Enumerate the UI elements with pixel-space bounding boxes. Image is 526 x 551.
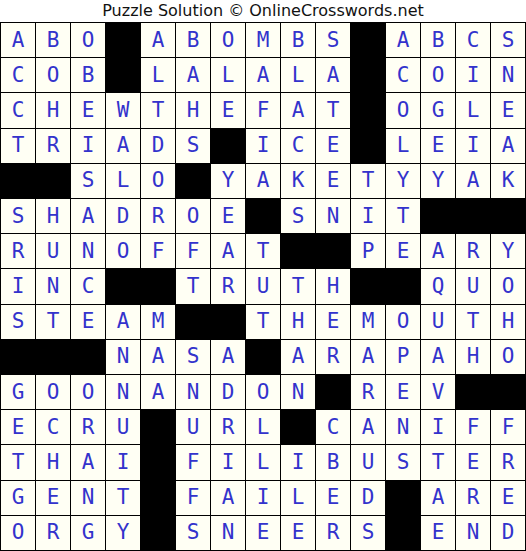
cell-letter: U — [432, 311, 445, 332]
cell-letter: I — [82, 135, 95, 156]
letter-cell-r7c8: T — [246, 234, 280, 268]
cell-letter: H — [502, 311, 515, 332]
letter-cell-r14c7: A — [211, 481, 245, 515]
letter-cell-r2c3: B — [71, 58, 105, 92]
letter-cell-r13c4: I — [106, 445, 140, 479]
letter-cell-r7c7: A — [211, 234, 245, 268]
block-cell-r9c7 — [211, 305, 245, 339]
cell-letter: S — [502, 30, 515, 51]
letter-cell-r7c15: Y — [491, 234, 525, 268]
cell-letter: S — [12, 206, 25, 227]
letter-cell-r4c8: I — [246, 129, 280, 163]
cell-letter: U — [467, 276, 480, 297]
letter-cell-r12c2: C — [36, 410, 70, 444]
letter-cell-r12c13: I — [421, 410, 455, 444]
letter-cell-r10c7: A — [211, 340, 245, 374]
cell-letter: E — [82, 100, 95, 121]
letter-cell-r9c2: T — [36, 305, 70, 339]
cell-letter: N — [117, 382, 130, 403]
letter-cell-r3c7: E — [211, 93, 245, 127]
cell-letter: C — [292, 135, 305, 156]
letter-cell-r2c12: C — [386, 58, 420, 92]
letter-cell-r12c1: E — [1, 410, 35, 444]
letter-cell-r5c7: Y — [211, 164, 245, 198]
cell-letter: N — [82, 487, 95, 508]
cell-letter: N — [82, 241, 95, 262]
block-cell-r6c14 — [456, 199, 490, 233]
letter-cell-r10c4: N — [106, 340, 140, 374]
block-cell-r6c15 — [491, 199, 525, 233]
letter-cell-r12c3: R — [71, 410, 105, 444]
letter-cell-r7c14: R — [456, 234, 490, 268]
letter-cell-r11c5: A — [141, 375, 175, 409]
cell-letter: V — [432, 382, 445, 403]
letter-cell-r4c12: L — [386, 129, 420, 163]
block-cell-r4c11 — [351, 129, 385, 163]
page-title: Puzzle Solution © OnlineCrosswords.net — [0, 0, 526, 22]
letter-cell-r3c3: E — [71, 93, 105, 127]
cell-letter: R — [467, 487, 480, 508]
cell-letter: U — [257, 276, 270, 297]
cell-letter: O — [117, 241, 130, 262]
cell-letter: T — [397, 206, 410, 227]
letter-cell-r4c6: S — [176, 129, 210, 163]
cell-letter: G — [12, 487, 25, 508]
cell-letter: R — [362, 382, 375, 403]
letter-cell-r7c4: O — [106, 234, 140, 268]
letter-cell-r1c13: B — [421, 23, 455, 57]
letter-cell-r4c10: E — [316, 129, 350, 163]
cell-letter: D — [117, 206, 130, 227]
letter-cell-r3c10: T — [316, 93, 350, 127]
letter-cell-r2c2: O — [36, 58, 70, 92]
letter-cell-r13c7: I — [211, 445, 245, 479]
block-cell-r13c5 — [141, 445, 175, 479]
cell-letter: E — [397, 382, 410, 403]
cell-letter: C — [82, 276, 95, 297]
letter-cell-r6c10: N — [316, 199, 350, 233]
letter-cell-r9c13: U — [421, 305, 455, 339]
cell-letter: I — [292, 452, 305, 473]
block-cell-r12c5 — [141, 410, 175, 444]
letter-cell-r8c15: O — [491, 269, 525, 303]
cell-letter: A — [502, 135, 515, 156]
cell-letter: E — [327, 487, 340, 508]
letter-cell-r9c1: S — [1, 305, 35, 339]
letter-cell-r8c3: C — [71, 269, 105, 303]
cell-letter: N — [502, 65, 515, 86]
cell-letter: O — [502, 346, 515, 367]
letter-cell-r3c6: H — [176, 93, 210, 127]
letter-cell-r8c2: N — [36, 269, 70, 303]
letter-cell-r2c14: I — [456, 58, 490, 92]
cell-letter: N — [47, 276, 60, 297]
cell-letter: C — [467, 30, 480, 51]
letter-cell-r14c10: E — [316, 481, 350, 515]
cell-letter: O — [397, 311, 410, 332]
cell-letter: B — [292, 30, 305, 51]
letter-cell-r2c5: L — [141, 58, 175, 92]
cell-letter: O — [82, 382, 95, 403]
letter-cell-r14c14: R — [456, 481, 490, 515]
letter-cell-r6c3: A — [71, 199, 105, 233]
cell-letter: R — [47, 135, 60, 156]
letter-cell-r1c15: S — [491, 23, 525, 57]
cell-letter: L — [257, 452, 270, 473]
letter-cell-r5c8: A — [246, 164, 280, 198]
letter-cell-r15c6: S — [176, 516, 210, 550]
cell-letter: G — [82, 522, 95, 543]
cell-letter: E — [327, 311, 340, 332]
letter-cell-r5c4: L — [106, 164, 140, 198]
letter-cell-r4c1: T — [1, 129, 35, 163]
letter-cell-r8c6: T — [176, 269, 210, 303]
block-cell-r8c11 — [351, 269, 385, 303]
letter-cell-r7c12: E — [386, 234, 420, 268]
cell-letter: E — [257, 522, 270, 543]
letter-cell-r3c4: W — [106, 93, 140, 127]
cell-letter: O — [397, 100, 410, 121]
cell-letter: H — [467, 346, 480, 367]
letter-cell-r13c12: S — [386, 445, 420, 479]
letter-cell-r7c6: F — [176, 234, 210, 268]
cell-letter: A — [257, 170, 270, 191]
letter-cell-r6c4: D — [106, 199, 140, 233]
letter-cell-r14c4: T — [106, 481, 140, 515]
cell-letter: O — [187, 206, 200, 227]
cell-letter: R — [82, 417, 95, 438]
cell-letter: R — [327, 522, 340, 543]
letter-cell-r14c6: F — [176, 481, 210, 515]
cell-letter: O — [47, 382, 60, 403]
cell-letter: E — [222, 206, 235, 227]
cell-letter: S — [187, 135, 200, 156]
crossword-grid: ABOABOMBSABCSCOBLALALACOINCHEWTHEFATOGLE… — [0, 22, 526, 551]
letter-cell-r6c6: O — [176, 199, 210, 233]
letter-cell-r7c13: A — [421, 234, 455, 268]
letter-cell-r9c5: M — [141, 305, 175, 339]
cell-letter: I — [432, 417, 445, 438]
letter-cell-r2c1: C — [1, 58, 35, 92]
letter-cell-r3c9: A — [281, 93, 315, 127]
letter-cell-r9c14: T — [456, 305, 490, 339]
cell-letter: P — [397, 346, 410, 367]
letter-cell-r14c11: D — [351, 481, 385, 515]
cell-letter: M — [152, 311, 165, 332]
cell-letter: R — [222, 417, 235, 438]
letter-cell-r4c3: I — [71, 129, 105, 163]
letter-cell-r7c11: P — [351, 234, 385, 268]
letter-cell-r12c10: C — [316, 410, 350, 444]
cell-letter: A — [152, 346, 165, 367]
cell-letter: A — [117, 135, 130, 156]
cell-letter: I — [257, 135, 270, 156]
letter-cell-r15c9: E — [281, 516, 315, 550]
letter-cell-r15c15: D — [491, 516, 525, 550]
letter-cell-r1c1: A — [1, 23, 35, 57]
cell-letter: S — [292, 206, 305, 227]
cell-letter: L — [397, 135, 410, 156]
block-cell-r1c11 — [351, 23, 385, 57]
cell-letter: U — [47, 241, 60, 262]
cell-letter: T — [12, 135, 25, 156]
block-cell-r8c4 — [106, 269, 140, 303]
cell-letter: I — [362, 206, 375, 227]
cell-letter: F — [502, 417, 515, 438]
cell-letter: F — [257, 100, 270, 121]
letter-cell-r15c8: E — [246, 516, 280, 550]
cell-letter: F — [187, 487, 200, 508]
cell-letter: G — [12, 382, 25, 403]
letter-cell-r12c11: A — [351, 410, 385, 444]
letter-cell-r10c6: S — [176, 340, 210, 374]
letter-cell-r9c12: O — [386, 305, 420, 339]
block-cell-r5c1 — [1, 164, 35, 198]
letter-cell-r11c11: R — [351, 375, 385, 409]
cell-letter: H — [327, 276, 340, 297]
letter-cell-r13c1: T — [1, 445, 35, 479]
cell-letter: A — [117, 311, 130, 332]
letter-cell-r12c15: F — [491, 410, 525, 444]
letter-cell-r5c10: E — [316, 164, 350, 198]
cell-letter: H — [187, 100, 200, 121]
cell-letter: Q — [432, 276, 445, 297]
cell-letter: A — [12, 30, 25, 51]
letter-cell-r2c7: L — [211, 58, 245, 92]
letter-cell-r10c14: H — [456, 340, 490, 374]
cell-letter: E — [82, 311, 95, 332]
cell-letter: I — [467, 65, 480, 86]
cell-letter: N — [397, 417, 410, 438]
block-cell-r10c3 — [71, 340, 105, 374]
cell-letter: E — [222, 100, 235, 121]
cell-letter: Y — [432, 170, 445, 191]
cell-letter: K — [292, 170, 305, 191]
letter-cell-r11c6: N — [176, 375, 210, 409]
cell-letter: H — [47, 452, 60, 473]
cell-letter: A — [432, 241, 445, 262]
cell-letter: E — [327, 170, 340, 191]
letter-cell-r10c15: O — [491, 340, 525, 374]
cell-letter: N — [117, 346, 130, 367]
letter-cell-r11c2: O — [36, 375, 70, 409]
cell-letter: I — [257, 487, 270, 508]
letter-cell-r6c5: R — [141, 199, 175, 233]
cell-letter: A — [222, 487, 235, 508]
cell-letter: T — [432, 452, 445, 473]
cell-letter: Y — [397, 170, 410, 191]
letter-cell-r11c12: E — [386, 375, 420, 409]
cell-letter: A — [82, 452, 95, 473]
cell-letter: N — [222, 522, 235, 543]
letter-cell-r13c2: H — [36, 445, 70, 479]
cell-letter: E — [467, 452, 480, 473]
cell-letter: A — [432, 487, 445, 508]
letter-cell-r4c5: D — [141, 129, 175, 163]
letter-cell-r10c11: A — [351, 340, 385, 374]
cell-letter: R — [222, 276, 235, 297]
cell-letter: T — [257, 241, 270, 262]
letter-cell-r13c13: T — [421, 445, 455, 479]
cell-letter: A — [152, 382, 165, 403]
cell-letter: T — [12, 452, 25, 473]
letter-cell-r8c1: I — [1, 269, 35, 303]
block-cell-r8c5 — [141, 269, 175, 303]
cell-letter: I — [222, 452, 235, 473]
cell-letter: Y — [502, 241, 515, 262]
block-cell-r11c14 — [456, 375, 490, 409]
cell-letter: A — [397, 30, 410, 51]
cell-letter: F — [152, 241, 165, 262]
letter-cell-r11c13: V — [421, 375, 455, 409]
letter-cell-r10c5: A — [141, 340, 175, 374]
letter-cell-r3c12: O — [386, 93, 420, 127]
cell-letter: A — [362, 346, 375, 367]
cell-letter: T — [292, 276, 305, 297]
letter-cell-r3c2: H — [36, 93, 70, 127]
cell-letter: M — [257, 30, 270, 51]
cell-letter: C — [327, 417, 340, 438]
cell-letter: O — [502, 276, 515, 297]
cell-letter: N — [187, 382, 200, 403]
letter-cell-r2c8: A — [246, 58, 280, 92]
letter-cell-r1c8: M — [246, 23, 280, 57]
letter-cell-r6c7: E — [211, 199, 245, 233]
cell-letter: S — [187, 346, 200, 367]
cell-letter: N — [467, 522, 480, 543]
letter-cell-r8c9: T — [281, 269, 315, 303]
letter-cell-r11c3: O — [71, 375, 105, 409]
letter-cell-r9c10: E — [316, 305, 350, 339]
cell-letter: L — [467, 100, 480, 121]
block-cell-r6c8 — [246, 199, 280, 233]
cell-letter: Y — [117, 522, 130, 543]
letter-cell-r11c8: O — [246, 375, 280, 409]
letter-cell-r11c4: N — [106, 375, 140, 409]
letter-cell-r1c5: A — [141, 23, 175, 57]
letter-cell-r4c4: A — [106, 129, 140, 163]
cell-letter: T — [327, 100, 340, 121]
letter-cell-r6c9: S — [281, 199, 315, 233]
letter-cell-r7c5: F — [141, 234, 175, 268]
cell-letter: T — [152, 100, 165, 121]
letter-cell-r12c7: R — [211, 410, 245, 444]
cell-letter: I — [117, 452, 130, 473]
cell-letter: F — [187, 452, 200, 473]
letter-cell-r3c13: G — [421, 93, 455, 127]
cell-letter: S — [82, 170, 95, 191]
cell-letter: I — [467, 135, 480, 156]
cell-letter: E — [502, 487, 515, 508]
letter-cell-r9c8: T — [246, 305, 280, 339]
letter-cell-r14c3: N — [71, 481, 105, 515]
block-cell-r3c11 — [351, 93, 385, 127]
letter-cell-r4c9: C — [281, 129, 315, 163]
letter-cell-r1c3: O — [71, 23, 105, 57]
cell-letter: U — [187, 417, 200, 438]
block-cell-r7c9 — [281, 234, 315, 268]
block-cell-r7c10 — [316, 234, 350, 268]
cell-letter: E — [502, 100, 515, 121]
letter-cell-r15c10: R — [316, 516, 350, 550]
letter-cell-r7c2: U — [36, 234, 70, 268]
cell-letter: Y — [222, 170, 235, 191]
cell-letter: B — [82, 65, 95, 86]
letter-cell-r7c1: R — [1, 234, 35, 268]
cell-letter: L — [152, 65, 165, 86]
letter-cell-r4c14: I — [456, 129, 490, 163]
letter-cell-r1c7: O — [211, 23, 245, 57]
letter-cell-r12c12: N — [386, 410, 420, 444]
letter-cell-r9c9: H — [281, 305, 315, 339]
cell-letter: K — [502, 170, 515, 191]
letter-cell-r3c15: E — [491, 93, 525, 127]
cell-letter: H — [47, 100, 60, 121]
cell-letter: C — [397, 65, 410, 86]
letter-cell-r14c15: E — [491, 481, 525, 515]
block-cell-r15c5 — [141, 516, 175, 550]
cell-letter: A — [327, 65, 340, 86]
letter-cell-r15c2: R — [36, 516, 70, 550]
block-cell-r10c2 — [36, 340, 70, 374]
letter-cell-r10c13: A — [421, 340, 455, 374]
cell-letter: T — [467, 311, 480, 332]
cell-letter: A — [467, 170, 480, 191]
cell-letter: T — [117, 487, 130, 508]
cell-letter: G — [432, 100, 445, 121]
letter-cell-r5c14: A — [456, 164, 490, 198]
letter-cell-r13c6: F — [176, 445, 210, 479]
cell-letter: E — [397, 241, 410, 262]
letter-cell-r4c2: R — [36, 129, 70, 163]
cell-letter: N — [327, 206, 340, 227]
cell-letter: R — [47, 522, 60, 543]
cell-letter: I — [12, 276, 25, 297]
cell-letter: L — [117, 170, 130, 191]
cell-letter: F — [467, 417, 480, 438]
letter-cell-r5c11: T — [351, 164, 385, 198]
letter-cell-r4c15: A — [491, 129, 525, 163]
cell-letter: H — [47, 206, 60, 227]
letter-cell-r14c13: A — [421, 481, 455, 515]
cell-letter: D — [502, 522, 515, 543]
letter-cell-r5c9: K — [281, 164, 315, 198]
letter-cell-r4c13: E — [421, 129, 455, 163]
letter-cell-r10c10: R — [316, 340, 350, 374]
letter-cell-r1c2: B — [36, 23, 70, 57]
letter-cell-r15c4: Y — [106, 516, 140, 550]
letter-cell-r13c15: R — [491, 445, 525, 479]
cell-letter: A — [82, 206, 95, 227]
letter-cell-r6c11: I — [351, 199, 385, 233]
letter-cell-r14c9: L — [281, 481, 315, 515]
letter-cell-r1c9: B — [281, 23, 315, 57]
block-cell-r14c5 — [141, 481, 175, 515]
block-cell-r1c4 — [106, 23, 140, 57]
cell-letter: O — [82, 30, 95, 51]
letter-cell-r6c1: S — [1, 199, 35, 233]
cell-letter: A — [432, 346, 445, 367]
cell-letter: S — [187, 522, 200, 543]
letter-cell-r6c12: T — [386, 199, 420, 233]
letter-cell-r12c8: L — [246, 410, 280, 444]
cell-letter: E — [432, 522, 445, 543]
cell-letter: P — [362, 241, 375, 262]
puzzle-page: Puzzle Solution © OnlineCrosswords.net A… — [0, 0, 526, 551]
cell-letter: S — [12, 311, 25, 332]
letter-cell-r6c2: H — [36, 199, 70, 233]
cell-letter: C — [47, 417, 60, 438]
